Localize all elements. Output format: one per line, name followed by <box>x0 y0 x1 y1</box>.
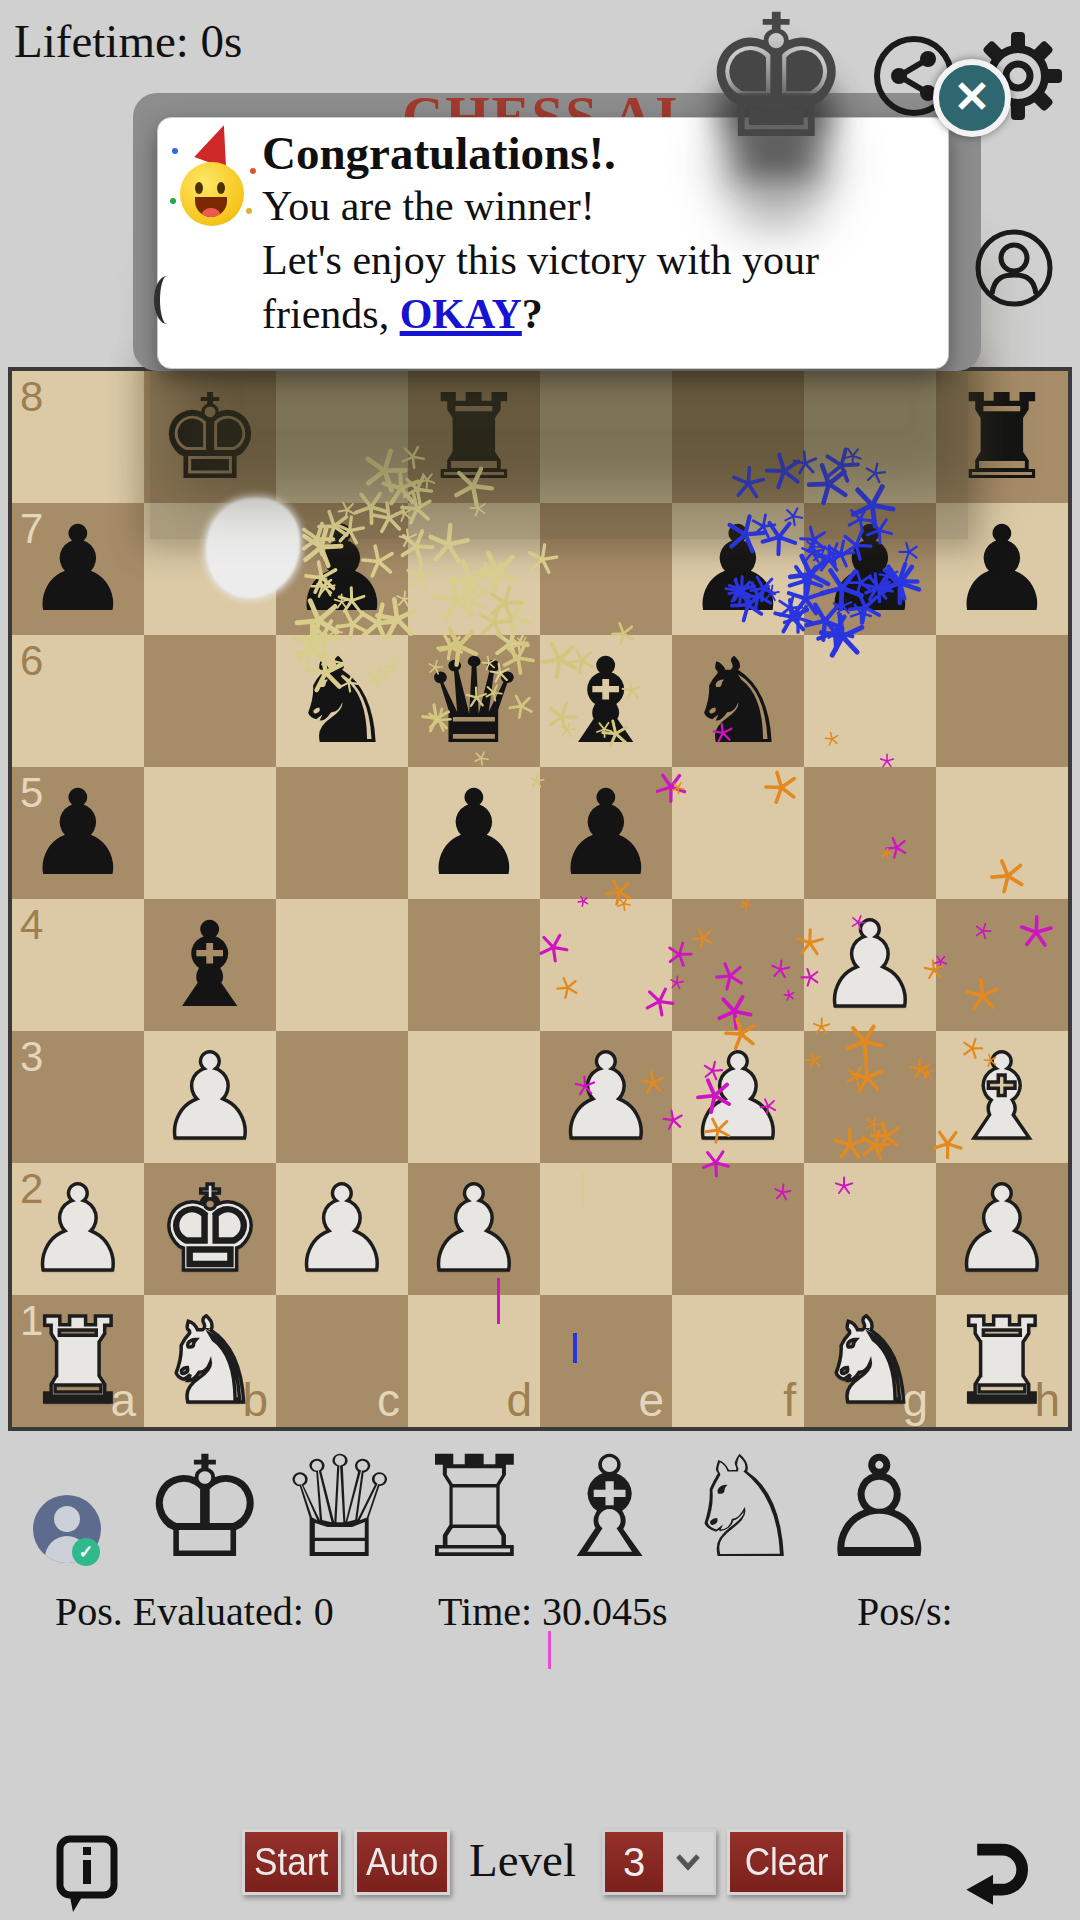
auto-button[interactable]: Auto <box>354 1829 450 1895</box>
white-pawn[interactable]: ♟ <box>936 1163 1068 1295</box>
square-d6[interactable]: ♛ <box>408 635 540 767</box>
square-h5[interactable] <box>936 767 1068 899</box>
white-rook[interactable]: ♜ <box>936 1295 1068 1427</box>
positions-evaluated: Pos. Evaluated: 0 <box>55 1588 334 1635</box>
dialog-line2: You are the winner! <box>262 180 936 234</box>
rank-label: 3 <box>20 1033 43 1081</box>
dialog-line3: Let's enjoy this victory with your <box>262 234 936 288</box>
black-queen[interactable]: ♛ <box>408 635 540 767</box>
square-c2[interactable]: ♟ <box>276 1163 408 1295</box>
level-value: 3 <box>605 1832 663 1892</box>
square-c5[interactable] <box>276 767 408 899</box>
dialog-line4: friends, OKAY? <box>262 288 936 342</box>
square-e3[interactable]: ♟ <box>540 1031 672 1163</box>
square-f4[interactable] <box>672 899 804 1031</box>
white-pawn[interactable]: ♟ <box>276 1163 408 1295</box>
rank-label: 8 <box>20 373 43 421</box>
white-pawn[interactable]: ♟ <box>672 1031 804 1163</box>
tray-knight[interactable]: ♘ <box>682 1438 808 1578</box>
king-silhouette-image: ♚ <box>700 0 852 162</box>
hidden-profile-arc <box>154 276 180 324</box>
rank-label: 4 <box>20 901 43 949</box>
square-b6[interactable] <box>144 635 276 767</box>
square-f1[interactable]: f <box>672 1295 804 1427</box>
tray-rook[interactable]: ♖ <box>412 1438 538 1578</box>
square-f5[interactable] <box>672 767 804 899</box>
white-bishop[interactable]: ♝ <box>936 1031 1068 1163</box>
tray-queen[interactable]: ♕ <box>277 1438 403 1578</box>
square-d5[interactable]: ♟ <box>408 767 540 899</box>
black-bishop[interactable]: ♝ <box>144 899 276 1031</box>
black-knight[interactable]: ♞ <box>276 635 408 767</box>
square-a8[interactable]: 8 <box>12 371 144 503</box>
white-pawn[interactable]: ♟ <box>540 1031 672 1163</box>
positions-per-second: Pos/s: <box>857 1588 953 1635</box>
info-icon[interactable] <box>55 1834 119 1914</box>
square-c3[interactable] <box>276 1031 408 1163</box>
level-select[interactable]: 3 <box>602 1829 716 1895</box>
time-stat: Time: 30.045s <box>438 1588 668 1635</box>
square-e4[interactable] <box>540 899 672 1031</box>
black-bishop[interactable]: ♝ <box>540 635 672 767</box>
avatar-check-badge: ✓ <box>72 1538 100 1566</box>
square-a3[interactable]: 3 <box>12 1031 144 1163</box>
tray-bishop[interactable]: ♗ <box>547 1438 673 1578</box>
square-e6[interactable]: ♝ <box>540 635 672 767</box>
dialog-shadow <box>150 371 968 539</box>
black-pawn[interactable]: ♟ <box>540 767 672 899</box>
square-d4[interactable] <box>408 899 540 1031</box>
square-d3[interactable] <box>408 1031 540 1163</box>
square-e5[interactable]: ♟ <box>540 767 672 899</box>
square-d2[interactable]: ♟ <box>408 1163 540 1295</box>
level-label: Level <box>469 1833 576 1887</box>
square-f6[interactable]: ♞ <box>672 635 804 767</box>
square-b4[interactable]: ♝ <box>144 899 276 1031</box>
square-a6[interactable]: 6 <box>12 635 144 767</box>
square-g4[interactable]: ♟ <box>804 899 936 1031</box>
square-c6[interactable]: ♞ <box>276 635 408 767</box>
tray-pawn[interactable]: ♙ <box>816 1438 942 1578</box>
file-label: e <box>638 1373 664 1427</box>
file-label: d <box>506 1373 532 1427</box>
white-king[interactable]: ♚ <box>144 1163 276 1295</box>
party-face-emoji <box>170 138 262 234</box>
square-a4[interactable]: 4 <box>12 899 144 1031</box>
profile-icon[interactable] <box>974 228 1054 308</box>
square-a7[interactable]: 7♟ <box>12 503 144 635</box>
square-g6[interactable] <box>804 635 936 767</box>
promotion-piece-tray: ♔♕♖♗♘♙ <box>142 1438 942 1578</box>
file-label: c <box>377 1373 400 1427</box>
square-g3[interactable] <box>804 1031 936 1163</box>
square-h4[interactable] <box>936 899 1068 1031</box>
black-knight[interactable]: ♞ <box>672 635 804 767</box>
rank-label: 6 <box>20 637 43 685</box>
square-b5[interactable] <box>144 767 276 899</box>
square-g5[interactable] <box>804 767 936 899</box>
white-pawn[interactable]: ♟ <box>12 1163 144 1295</box>
white-pawn[interactable]: ♟ <box>408 1163 540 1295</box>
start-button[interactable]: Start <box>242 1829 341 1895</box>
square-h6[interactable] <box>936 635 1068 767</box>
file-label: f <box>783 1373 796 1427</box>
square-h1[interactable]: h♜ <box>936 1295 1068 1427</box>
white-knight[interactable]: ♞ <box>144 1295 276 1427</box>
chevron-down-icon <box>663 1832 713 1892</box>
square-b3[interactable]: ♟ <box>144 1031 276 1163</box>
square-c4[interactable] <box>276 899 408 1031</box>
white-pawn[interactable]: ♟ <box>804 899 936 1031</box>
square-a2[interactable]: 2♟ <box>12 1163 144 1295</box>
black-pawn[interactable]: ♟ <box>408 767 540 899</box>
black-pawn[interactable]: ♟ <box>12 503 144 635</box>
close-icon[interactable]: ✕ <box>933 59 1011 137</box>
okay-link[interactable]: OKAY <box>400 291 522 337</box>
square-a5[interactable]: 5♟ <box>12 767 144 899</box>
white-knight[interactable]: ♞ <box>804 1295 936 1427</box>
square-e1[interactable]: e <box>540 1295 672 1427</box>
white-pawn[interactable]: ♟ <box>144 1031 276 1163</box>
square-h3[interactable]: ♝ <box>936 1031 1068 1163</box>
clear-button[interactable]: Clear <box>727 1829 846 1895</box>
square-h2[interactable]: ♟ <box>936 1163 1068 1295</box>
white-rook[interactable]: ♜ <box>12 1295 144 1427</box>
square-g2[interactable] <box>804 1163 936 1295</box>
square-d1[interactable]: d <box>408 1295 540 1427</box>
square-b1[interactable]: b♞ <box>144 1295 276 1427</box>
square-b2[interactable]: ♚ <box>144 1163 276 1295</box>
square-c1[interactable]: c <box>276 1295 408 1427</box>
square-f3[interactable]: ♟ <box>672 1031 804 1163</box>
lifetime-label: Lifetime: 0s <box>14 14 242 68</box>
tray-king[interactable]: ♔ <box>142 1438 268 1578</box>
square-g1[interactable]: g♞ <box>804 1295 936 1427</box>
black-pawn[interactable]: ♟ <box>12 767 144 899</box>
square-a1[interactable]: 1a♜ <box>12 1295 144 1427</box>
square-e2[interactable] <box>540 1163 672 1295</box>
undo-icon[interactable] <box>956 1828 1040 1908</box>
square-f2[interactable] <box>672 1163 804 1295</box>
